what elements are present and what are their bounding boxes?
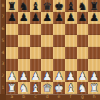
square-a1[interactable]: ♜ [6, 82, 18, 94]
square-g1[interactable]: ♞ [77, 82, 89, 94]
piece-white-king[interactable]: ♚ [54, 82, 63, 93]
square-d2[interactable]: ♟ [41, 71, 53, 83]
square-d4[interactable] [41, 47, 53, 59]
square-h4[interactable] [88, 47, 100, 59]
square-e4[interactable] [53, 47, 65, 59]
file-label-a: a [6, 94, 18, 100]
square-d3[interactable] [41, 59, 53, 71]
piece-black-bishop[interactable]: ♝ [66, 0, 75, 11]
square-h5[interactable] [88, 35, 100, 47]
piece-black-bishop[interactable]: ♝ [31, 0, 40, 11]
file-labels: abcdefgh [6, 94, 100, 100]
piece-white-pawn[interactable]: ♟ [7, 71, 16, 82]
piece-white-pawn[interactable]: ♟ [19, 71, 28, 82]
square-e1[interactable]: ♚ [53, 82, 65, 94]
square-c3[interactable] [30, 59, 42, 71]
square-f3[interactable] [65, 59, 77, 71]
square-g3[interactable] [77, 59, 89, 71]
square-c6[interactable] [30, 24, 42, 36]
square-b5[interactable] [18, 35, 30, 47]
square-g5[interactable] [77, 35, 89, 47]
piece-black-pawn[interactable]: ♟ [7, 12, 16, 23]
piece-white-rook[interactable]: ♜ [7, 82, 16, 93]
piece-white-pawn[interactable]: ♟ [66, 71, 75, 82]
square-a6[interactable] [6, 24, 18, 36]
square-b6[interactable] [18, 24, 30, 36]
square-b1[interactable]: ♞ [18, 82, 30, 94]
square-c7[interactable]: ♟ [30, 12, 42, 24]
piece-black-pawn[interactable]: ♟ [66, 12, 75, 23]
square-b7[interactable]: ♟ [18, 12, 30, 24]
piece-black-pawn[interactable]: ♟ [78, 12, 87, 23]
square-h8[interactable]: ♜ [88, 0, 100, 12]
square-d7[interactable]: ♟ [41, 12, 53, 24]
square-h1[interactable]: ♜ [88, 82, 100, 94]
square-g6[interactable] [77, 24, 89, 36]
square-f6[interactable] [65, 24, 77, 36]
square-h3[interactable] [88, 59, 100, 71]
square-d5[interactable] [41, 35, 53, 47]
square-e3[interactable] [53, 59, 65, 71]
piece-black-pawn[interactable]: ♟ [31, 12, 40, 23]
piece-white-bishop[interactable]: ♝ [66, 82, 75, 93]
square-f4[interactable] [65, 47, 77, 59]
square-b8[interactable]: ♞ [18, 0, 30, 12]
piece-black-pawn[interactable]: ♟ [89, 12, 98, 23]
piece-black-knight[interactable]: ♞ [78, 0, 87, 11]
piece-white-pawn[interactable]: ♟ [89, 71, 98, 82]
square-a2[interactable]: ♟ [6, 71, 18, 83]
square-c4[interactable] [30, 47, 42, 59]
file-label-e: e [53, 94, 65, 100]
square-d6[interactable] [41, 24, 53, 36]
file-label-g: g [77, 94, 89, 100]
piece-black-pawn[interactable]: ♟ [54, 12, 63, 23]
square-f7[interactable]: ♟ [65, 12, 77, 24]
square-f2[interactable]: ♟ [65, 71, 77, 83]
square-h7[interactable]: ♟ [88, 12, 100, 24]
square-g4[interactable] [77, 47, 89, 59]
square-b2[interactable]: ♟ [18, 71, 30, 83]
piece-black-queen[interactable]: ♛ [42, 0, 51, 11]
square-g8[interactable]: ♞ [77, 0, 89, 12]
piece-white-pawn[interactable]: ♟ [54, 71, 63, 82]
square-g7[interactable]: ♟ [77, 12, 89, 24]
square-c5[interactable] [30, 35, 42, 47]
square-a4[interactable] [6, 47, 18, 59]
square-e6[interactable] [53, 24, 65, 36]
chess-board-frame: 87654321 ♜♞♝♛♚♝♞♜♟♟♟♟♟♟♟♟♟♟♟♟♟♟♟♟♜♞♝♛♚♝♞… [0, 0, 100, 100]
piece-white-pawn[interactable]: ♟ [42, 71, 51, 82]
square-h2[interactable]: ♟ [88, 71, 100, 83]
file-label-h: h [88, 94, 100, 100]
piece-black-rook[interactable]: ♜ [89, 0, 98, 11]
square-f1[interactable]: ♝ [65, 82, 77, 94]
square-c1[interactable]: ♝ [30, 82, 42, 94]
piece-black-king[interactable]: ♚ [54, 0, 63, 11]
piece-white-rook[interactable]: ♜ [89, 82, 98, 93]
piece-black-pawn[interactable]: ♟ [19, 12, 28, 23]
square-g2[interactable]: ♟ [77, 71, 89, 83]
piece-white-queen[interactable]: ♛ [42, 82, 51, 93]
piece-black-rook[interactable]: ♜ [7, 0, 16, 11]
square-e2[interactable]: ♟ [53, 71, 65, 83]
piece-white-bishop[interactable]: ♝ [31, 82, 40, 93]
file-label-d: d [41, 94, 53, 100]
square-a3[interactable] [6, 59, 18, 71]
file-label-c: c [30, 94, 42, 100]
square-b4[interactable] [18, 47, 30, 59]
piece-white-pawn[interactable]: ♟ [31, 71, 40, 82]
square-c8[interactable]: ♝ [30, 0, 42, 12]
piece-white-knight[interactable]: ♞ [78, 82, 87, 93]
piece-black-knight[interactable]: ♞ [19, 0, 28, 11]
square-a8[interactable]: ♜ [6, 0, 18, 12]
piece-white-knight[interactable]: ♞ [19, 82, 28, 93]
file-label-b: b [18, 94, 30, 100]
file-label-f: f [65, 94, 77, 100]
chess-board: ♜♞♝♛♚♝♞♜♟♟♟♟♟♟♟♟♟♟♟♟♟♟♟♟♜♞♝♛♚♝♞♜ [6, 0, 100, 94]
square-b3[interactable] [18, 59, 30, 71]
square-a7[interactable]: ♟ [6, 12, 18, 24]
square-e8[interactable]: ♚ [53, 0, 65, 12]
square-d8[interactable]: ♛ [41, 0, 53, 12]
square-a5[interactable] [6, 35, 18, 47]
square-e5[interactable] [53, 35, 65, 47]
square-e7[interactable]: ♟ [53, 12, 65, 24]
square-h6[interactable] [88, 24, 100, 36]
square-d1[interactable]: ♛ [41, 82, 53, 94]
square-c2[interactable]: ♟ [30, 71, 42, 83]
square-f8[interactable]: ♝ [65, 0, 77, 12]
piece-white-pawn[interactable]: ♟ [78, 71, 87, 82]
piece-black-pawn[interactable]: ♟ [42, 12, 51, 23]
square-f5[interactable] [65, 35, 77, 47]
